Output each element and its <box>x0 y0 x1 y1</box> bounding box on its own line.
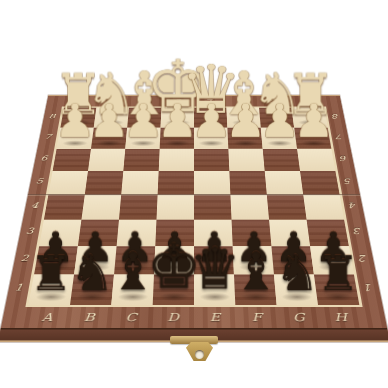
square-c5 <box>121 171 158 195</box>
square-e4 <box>194 195 232 220</box>
rank-label-right-2: 2 <box>359 253 368 263</box>
rank-label-right-8: 8 <box>332 113 340 120</box>
piece-black-bishop-f1: ♝ <box>232 246 278 298</box>
rank-label-7: 7 <box>44 133 52 140</box>
square-d5 <box>158 171 194 195</box>
rank-label-right-6: 6 <box>340 154 348 162</box>
rank-label-right-5: 5 <box>344 177 352 185</box>
rank-label-right-7: 7 <box>336 133 344 140</box>
file-label-c: C <box>125 311 137 324</box>
rank-label-right-3: 3 <box>353 226 362 235</box>
square-d7: ♟ <box>160 128 194 149</box>
piece-black-rook-h1: ♜ <box>316 250 359 298</box>
square-a4 <box>44 195 85 220</box>
square-g7: ♟ <box>261 128 297 149</box>
square-e1: ♛ <box>194 275 235 305</box>
file-label-e: E <box>209 311 220 324</box>
board-3d-scene: ABCDEFGH 87654321 ♜♞♝♚♛♝♞♜♟♟♟♟♟♟♟♟♟♟♟♟♟♟… <box>0 95 388 342</box>
square-f5 <box>229 171 266 195</box>
square-d6 <box>159 149 194 171</box>
square-f7: ♟ <box>227 128 262 149</box>
rank-label-right-4: 4 <box>349 201 358 210</box>
square-d1: ♚ <box>153 275 194 305</box>
rank-label-3: 3 <box>25 226 34 235</box>
piece-white-pawn-h7: ♟ <box>293 98 334 144</box>
file-label-top-f: F <box>239 98 246 104</box>
square-h6 <box>297 149 335 171</box>
file-label-top-e: E <box>207 98 214 104</box>
square-f6 <box>228 149 264 171</box>
square-d4 <box>156 195 194 220</box>
square-b5 <box>85 171 124 195</box>
square-b1: ♞ <box>70 275 114 305</box>
rank-label-4: 4 <box>31 201 40 210</box>
square-b4 <box>81 195 121 220</box>
rank-label-5: 5 <box>35 177 43 185</box>
rank-label-1: 1 <box>14 282 24 293</box>
brass-latch-hole <box>195 350 204 359</box>
file-label-top-a: A <box>78 98 85 104</box>
file-label-top-d: D <box>174 98 181 104</box>
chess-board: ♜♞♝♚♛♝♞♜♟♟♟♟♟♟♟♟♟♟♟♟♟♟♟♟♜♞♝♚♛♝♞♜ <box>25 107 362 308</box>
file-label-top-h: H <box>302 98 311 104</box>
piece-black-knight-g1: ♞ <box>274 248 318 298</box>
file-label-d: D <box>167 311 179 324</box>
square-c7: ♟ <box>125 128 160 149</box>
square-g6 <box>263 149 300 171</box>
square-b6 <box>88 149 125 171</box>
square-e5 <box>194 171 230 195</box>
rank-label-6: 6 <box>40 154 48 162</box>
rank-label-2: 2 <box>20 253 29 263</box>
file-label-g: G <box>292 311 305 324</box>
board-fold-seam <box>28 194 361 196</box>
rank-label-right-1: 1 <box>364 282 374 293</box>
square-g1: ♞ <box>274 275 318 305</box>
square-h7: ♟ <box>294 128 331 149</box>
file-labels-bottom: ABCDEFGH <box>1 307 387 328</box>
file-label-h: H <box>333 311 348 324</box>
square-h1: ♜ <box>314 275 359 305</box>
square-a6 <box>53 149 91 171</box>
square-c4 <box>119 195 158 220</box>
square-a5 <box>48 171 88 195</box>
square-a1: ♜ <box>29 275 74 305</box>
file-label-a: A <box>41 311 54 324</box>
square-f4 <box>230 195 269 220</box>
file-label-top-b: B <box>110 98 117 104</box>
file-label-f: F <box>251 311 262 324</box>
square-c6 <box>123 149 159 171</box>
file-label-top-g: G <box>271 98 279 104</box>
square-e7: ♟ <box>194 128 228 149</box>
board-frame: ABCDEFGH 87654321 ♜♞♝♚♛♝♞♜♟♟♟♟♟♟♟♟♟♟♟♟♟♟… <box>0 95 388 342</box>
square-f1: ♝ <box>234 275 277 305</box>
square-g5 <box>265 171 304 195</box>
square-g4 <box>267 195 307 220</box>
file-label-top-c: C <box>142 98 149 104</box>
square-e6 <box>194 149 229 171</box>
file-label-b: B <box>83 311 95 324</box>
square-h4 <box>303 195 344 220</box>
chess-set-photo: ABCDEFGH 87654321 ♜♞♝♚♛♝♞♜♟♟♟♟♟♟♟♟♟♟♟♟♟♟… <box>0 0 388 388</box>
piece-black-rook-a1: ♜ <box>29 250 72 298</box>
board-middle: 87654321 ♜♞♝♚♛♝♞♜♟♟♟♟♟♟♟♟♟♟♟♟♟♟♟♟♜♞♝♚♛♝♞… <box>5 107 383 308</box>
square-h5 <box>300 171 340 195</box>
piece-black-knight-b1: ♞ <box>69 248 113 298</box>
